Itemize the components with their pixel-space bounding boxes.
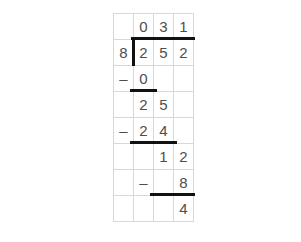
cell-r2-c2	[154, 66, 174, 92]
cell-r1-c0-divisor: 8	[114, 40, 134, 66]
cell-r5-c0	[114, 144, 134, 170]
cell-r1-c1-dividend-digit: 2	[134, 40, 154, 66]
long-division-grid: 0 3 1 8 2 5 2 – 0 2 5 – 2 4 1 2 – 8 4	[113, 13, 194, 222]
cell-r3-c2: 5	[154, 92, 174, 118]
cell-r4-c3	[174, 118, 194, 144]
cell-r1-c2-dividend-digit: 5	[154, 40, 174, 66]
cell-r3-c1: 2	[134, 92, 154, 118]
cell-r7-c0	[114, 196, 134, 222]
cell-r7-c1	[134, 196, 154, 222]
cell-r3-c0	[114, 92, 134, 118]
long-division-worksheet: 0 3 1 8 2 5 2 – 0 2 5 – 2 4 1 2 – 8 4	[0, 0, 301, 242]
subtraction-underline-3	[150, 193, 195, 196]
cell-r7-c2	[154, 196, 174, 222]
cell-r5-c3: 2	[174, 144, 194, 170]
cell-r6-c0	[114, 170, 134, 196]
division-bracket-horizontal-line	[131, 37, 195, 40]
division-bracket-vertical-line	[132, 37, 135, 66]
cell-r1-c3-dividend-digit: 2	[174, 40, 194, 66]
cell-r2-c3	[174, 66, 194, 92]
cell-r3-c3	[174, 92, 194, 118]
cell-r5-c2: 1	[154, 144, 174, 170]
cell-r5-c1	[134, 144, 154, 170]
subtraction-underline-1	[130, 89, 157, 92]
subtraction-underline-2	[130, 141, 177, 144]
cell-r7-c3-remainder: 4	[174, 196, 194, 222]
